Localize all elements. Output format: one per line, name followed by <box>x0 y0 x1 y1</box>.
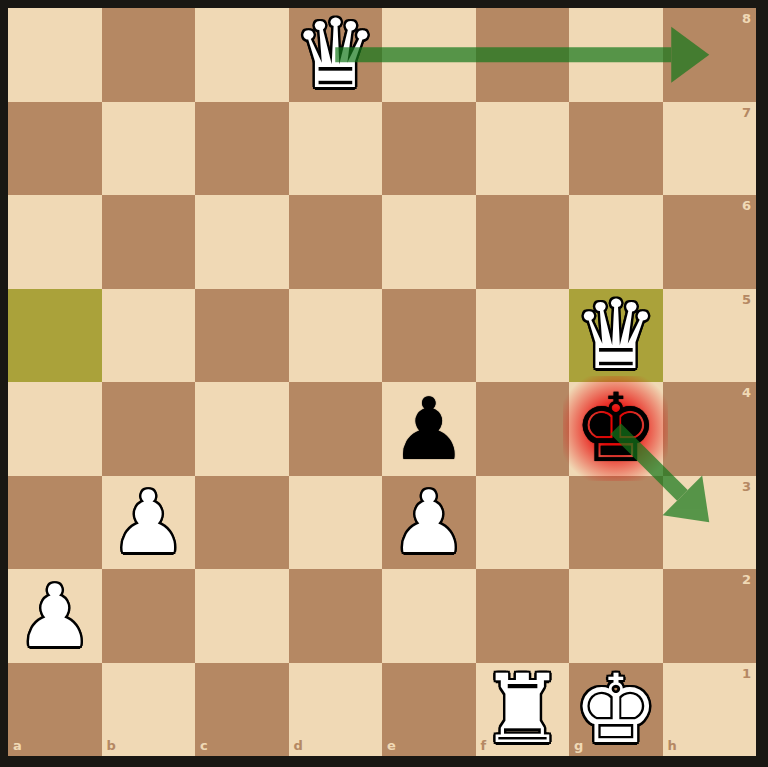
black-pawn[interactable]: ♟ <box>382 382 476 476</box>
square-e5[interactable] <box>382 289 476 383</box>
square-g4[interactable]: ♚ <box>569 382 663 476</box>
square-f3[interactable] <box>476 476 570 570</box>
board-grid: ♛876♛5♟♚4♟♟3♟2abcde♜f♚g1h <box>8 8 756 756</box>
file-label-f: f <box>481 739 487 752</box>
rank-label-1: 1 <box>742 667 751 680</box>
square-d3[interactable] <box>289 476 383 570</box>
file-label-c: c <box>200 739 208 752</box>
white-pawn[interactable]: ♟ <box>102 476 196 570</box>
square-d1[interactable]: d <box>289 663 383 757</box>
rank-label-8: 8 <box>742 12 751 25</box>
white-queen[interactable]: ♛ <box>569 289 663 383</box>
rank-label-4: 4 <box>742 386 751 399</box>
file-label-b: b <box>107 739 116 752</box>
square-h4[interactable]: 4 <box>663 382 757 476</box>
square-a6[interactable] <box>8 195 102 289</box>
square-g1[interactable]: ♚g <box>569 663 663 757</box>
white-pawn[interactable]: ♟ <box>8 569 102 663</box>
square-e1[interactable]: e <box>382 663 476 757</box>
black-king[interactable]: ♚ <box>569 382 663 476</box>
square-b4[interactable] <box>102 382 196 476</box>
square-b1[interactable]: b <box>102 663 196 757</box>
square-h3[interactable]: 3 <box>663 476 757 570</box>
square-c1[interactable]: c <box>195 663 289 757</box>
square-c4[interactable] <box>195 382 289 476</box>
square-a3[interactable] <box>8 476 102 570</box>
square-f7[interactable] <box>476 102 570 196</box>
square-b8[interactable] <box>102 8 196 102</box>
square-a1[interactable]: a <box>8 663 102 757</box>
square-b2[interactable] <box>102 569 196 663</box>
file-label-e: e <box>387 739 396 752</box>
square-g2[interactable] <box>569 569 663 663</box>
square-d4[interactable] <box>289 382 383 476</box>
square-e6[interactable] <box>382 195 476 289</box>
square-a4[interactable] <box>8 382 102 476</box>
square-e3[interactable]: ♟ <box>382 476 476 570</box>
square-d8[interactable]: ♛ <box>289 8 383 102</box>
square-g8[interactable] <box>569 8 663 102</box>
square-h1[interactable]: 1h <box>663 663 757 757</box>
square-c6[interactable] <box>195 195 289 289</box>
square-g5[interactable]: ♛ <box>569 289 663 383</box>
rank-label-5: 5 <box>742 293 751 306</box>
chess-board: ♛876♛5♟♚4♟♟3♟2abcde♜f♚g1h <box>8 8 756 756</box>
square-b3[interactable]: ♟ <box>102 476 196 570</box>
square-d7[interactable] <box>289 102 383 196</box>
square-a5[interactable] <box>8 289 102 383</box>
square-h7[interactable]: 7 <box>663 102 757 196</box>
square-c2[interactable] <box>195 569 289 663</box>
rank-label-6: 6 <box>742 199 751 212</box>
square-d5[interactable] <box>289 289 383 383</box>
square-h2[interactable]: 2 <box>663 569 757 663</box>
square-h5[interactable]: 5 <box>663 289 757 383</box>
square-g3[interactable] <box>569 476 663 570</box>
square-g6[interactable] <box>569 195 663 289</box>
square-f8[interactable] <box>476 8 570 102</box>
file-label-d: d <box>294 739 303 752</box>
square-c8[interactable] <box>195 8 289 102</box>
square-a8[interactable] <box>8 8 102 102</box>
square-f6[interactable] <box>476 195 570 289</box>
file-label-g: g <box>574 739 583 752</box>
square-c7[interactable] <box>195 102 289 196</box>
file-label-a: a <box>13 739 22 752</box>
rank-label-3: 3 <box>742 480 751 493</box>
square-f5[interactable] <box>476 289 570 383</box>
square-b5[interactable] <box>102 289 196 383</box>
square-h8[interactable]: 8 <box>663 8 757 102</box>
square-h6[interactable]: 6 <box>663 195 757 289</box>
square-b6[interactable] <box>102 195 196 289</box>
white-pawn[interactable]: ♟ <box>382 476 476 570</box>
square-f4[interactable] <box>476 382 570 476</box>
square-b7[interactable] <box>102 102 196 196</box>
white-queen[interactable]: ♛ <box>289 8 383 102</box>
square-f2[interactable] <box>476 569 570 663</box>
square-e4[interactable]: ♟ <box>382 382 476 476</box>
square-d6[interactable] <box>289 195 383 289</box>
square-d2[interactable] <box>289 569 383 663</box>
square-a7[interactable] <box>8 102 102 196</box>
square-e8[interactable] <box>382 8 476 102</box>
square-c3[interactable] <box>195 476 289 570</box>
file-label-h: h <box>668 739 677 752</box>
square-c5[interactable] <box>195 289 289 383</box>
white-rook[interactable]: ♜ <box>476 663 570 757</box>
square-f1[interactable]: ♜f <box>476 663 570 757</box>
rank-label-2: 2 <box>742 573 751 586</box>
square-g7[interactable] <box>569 102 663 196</box>
square-a2[interactable]: ♟ <box>8 569 102 663</box>
rank-label-7: 7 <box>742 106 751 119</box>
square-e7[interactable] <box>382 102 476 196</box>
square-e2[interactable] <box>382 569 476 663</box>
